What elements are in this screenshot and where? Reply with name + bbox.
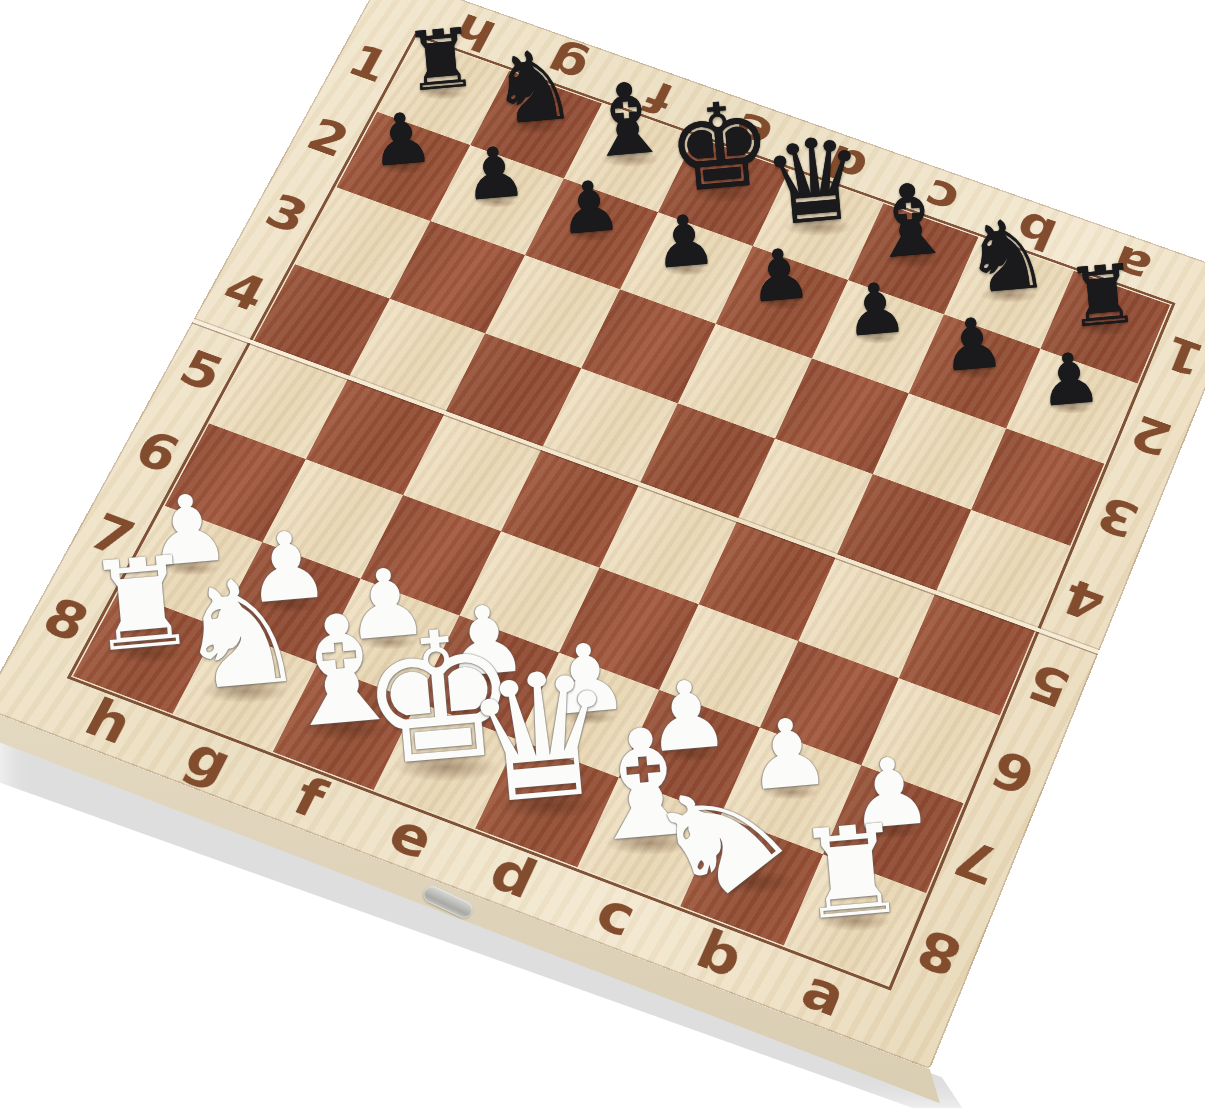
piece-black-pawn-e2[interactable]: ♟ [636,202,732,280]
chessboard-scene: 1234567812345678hgfedcbahgfedcba♜♞♝♚♛♝♞♜… [0,0,1205,1108]
piece-black-pawn-h2[interactable]: ♟ [353,101,449,179]
piece-black-pawn-a2[interactable]: ♟ [1022,341,1118,419]
piece-black-pawn-b2[interactable]: ♟ [925,306,1021,384]
piece-black-pawn-g2[interactable]: ♟ [447,134,543,212]
piece-white-rook-a8[interactable]: ♜ [775,805,928,940]
piece-black-pawn-d2[interactable]: ♟ [732,237,828,315]
piece-black-rook-a1[interactable]: ♜ [1049,251,1157,340]
piece-black-knight-b1[interactable]: ♞ [943,202,1068,309]
piece-black-pawn-c2[interactable]: ♟ [828,271,924,349]
piece-black-pawn-f2[interactable]: ♟ [542,168,638,246]
